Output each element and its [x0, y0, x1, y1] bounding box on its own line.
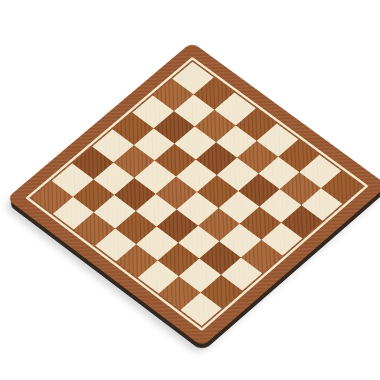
- square: [115, 211, 156, 244]
- square: [180, 292, 222, 326]
- square: [179, 258, 221, 292]
- squares-grid: [32, 62, 363, 326]
- square: [241, 240, 283, 273]
- square: [218, 191, 259, 224]
- square: [240, 206, 281, 239]
- square: [95, 228, 137, 261]
- square: [53, 196, 94, 229]
- square: [178, 225, 220, 258]
- square: [137, 260, 179, 294]
- square: [74, 212, 115, 245]
- square: [177, 192, 218, 225]
- square: [135, 193, 176, 226]
- square: [199, 241, 241, 274]
- square: [200, 275, 242, 309]
- board-frame: [6, 42, 380, 347]
- square: [116, 244, 158, 277]
- square: [260, 189, 301, 222]
- square: [261, 222, 303, 255]
- square: [198, 208, 239, 241]
- square: [158, 243, 200, 276]
- chessboard: [6, 42, 380, 347]
- square: [159, 276, 201, 310]
- square: [220, 224, 262, 257]
- square: [157, 209, 198, 242]
- square: [221, 257, 263, 291]
- product-photo-scene: [0, 0, 380, 380]
- square: [136, 227, 178, 260]
- square: [94, 195, 135, 228]
- square: [301, 188, 342, 221]
- square: [281, 205, 322, 238]
- maple-inlay-border: [25, 57, 368, 331]
